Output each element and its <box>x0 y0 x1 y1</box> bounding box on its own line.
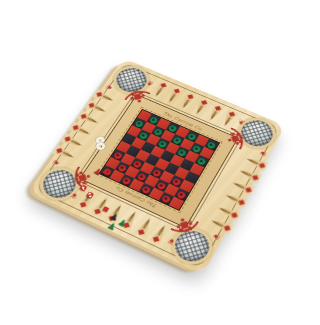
backgammon-point <box>84 99 109 117</box>
backgammon-point <box>163 85 185 105</box>
backgammon-point <box>133 215 157 239</box>
backgammon-point <box>236 165 262 184</box>
backgammon-point <box>76 110 101 128</box>
backgammon-point <box>229 177 255 197</box>
red-floret-ornament <box>78 174 87 182</box>
red-floret-ornament <box>134 93 142 100</box>
checkerboard: ●●●●●●●●●●●●●●●●●●●●●●●● <box>98 109 220 211</box>
backgammon-point <box>60 132 86 151</box>
backgammon-point <box>52 144 78 163</box>
backgammon-point <box>204 103 226 123</box>
backgammon-point <box>177 91 199 111</box>
backgammon-point <box>68 121 94 139</box>
backgammon-point <box>190 97 212 117</box>
backgammon-point <box>150 80 172 100</box>
backgammon-point <box>222 189 249 209</box>
backgammon-point <box>92 88 117 105</box>
backgammon-point <box>148 222 172 246</box>
product-photo-scene: The Carrom Co. The Carrom Co. The Carrom… <box>0 0 320 325</box>
backgammon-point <box>75 188 99 211</box>
backgammon-point <box>243 153 269 172</box>
